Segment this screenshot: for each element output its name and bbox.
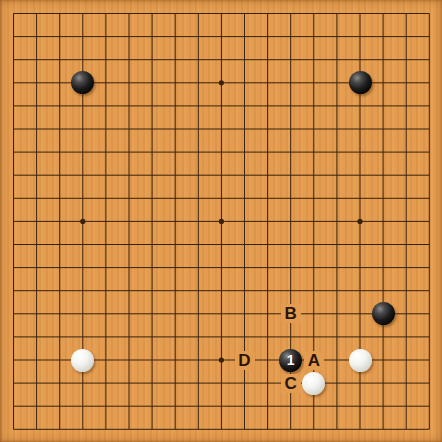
label-D-L4[interactable]: D (235, 351, 255, 370)
stone-black-N4: 1 (279, 349, 302, 372)
board-grid (0, 0, 442, 442)
stone-white-Q4 (349, 349, 372, 372)
stone-black-R6 (372, 302, 395, 325)
label-B-N6[interactable]: B (281, 304, 301, 323)
label-C-N3[interactable]: C (281, 374, 301, 393)
move-number-label: 1 (287, 353, 295, 367)
stone-white-D4 (71, 349, 94, 372)
stone-white-O3 (302, 372, 325, 395)
go-board[interactable]: 1 ABCD (0, 0, 442, 442)
label-A-O4[interactable]: A (304, 351, 324, 370)
stone-black-Q16 (349, 71, 372, 94)
